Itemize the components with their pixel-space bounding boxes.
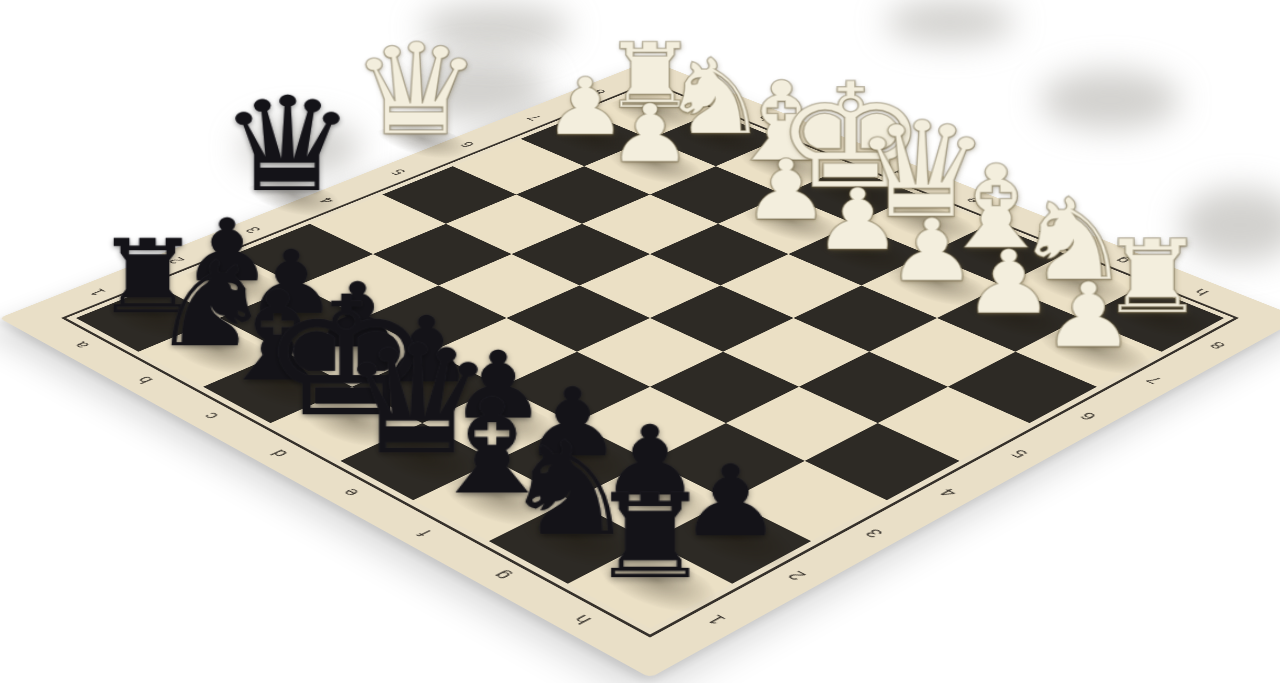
- cast-shadow: [1040, 70, 1180, 130]
- cast-shadow: [885, 0, 1015, 44]
- chessboard: aabbccddeeffgghh1122334455667788 ♜♞♝♚♛♝♞…: [0, 60, 1280, 678]
- vinyl-board-mat: aabbccddeeffgghh1122334455667788 ♜♞♝♚♛♝♞…: [0, 60, 1280, 678]
- black-R-icon: ♜: [650, 584, 774, 683]
- piece-layer: ♜♞♝♚♛♝♞♜♟♟♟♟♟♟♟♟♟♟♟♟♟♟♟♜♞♝♚♛♝♞♜♛♛: [0, 60, 1280, 678]
- chess-set-photo-scene: aabbccddeeffgghh1122334455667788 ♜♞♝♚♛♝♞…: [0, 0, 1280, 683]
- white-P-icon: ♟: [1089, 352, 1184, 442]
